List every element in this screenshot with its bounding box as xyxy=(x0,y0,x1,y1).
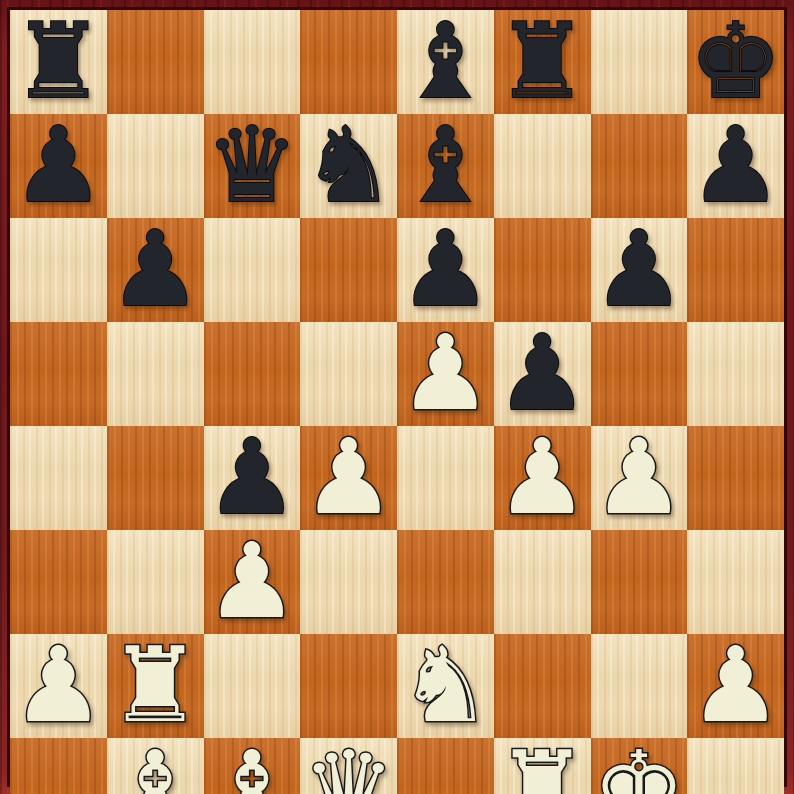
square-d3[interactable] xyxy=(300,530,397,634)
square-g4[interactable]: ♟ xyxy=(591,426,688,530)
black-knight[interactable]: ♞ xyxy=(302,113,395,217)
square-a8[interactable]: ♜ xyxy=(10,10,107,114)
square-d2[interactable] xyxy=(300,634,397,738)
square-f2[interactable] xyxy=(494,634,591,738)
white-queen[interactable]: ♛ xyxy=(302,737,395,794)
black-pawn[interactable]: ♟ xyxy=(109,217,202,321)
square-f3[interactable] xyxy=(494,530,591,634)
square-c7[interactable]: ♛ xyxy=(204,114,301,218)
square-c6[interactable] xyxy=(204,218,301,322)
black-pawn[interactable]: ♟ xyxy=(399,217,492,321)
square-e2[interactable]: ♞ xyxy=(397,634,494,738)
black-rook[interactable]: ♜ xyxy=(12,9,105,113)
white-pawn[interactable]: ♟ xyxy=(496,425,589,529)
square-f8[interactable]: ♜ xyxy=(494,10,591,114)
square-a7[interactable]: ♟ xyxy=(10,114,107,218)
square-a2[interactable]: ♟ xyxy=(10,634,107,738)
square-f1[interactable]: ♜ xyxy=(494,738,591,794)
square-f6[interactable] xyxy=(494,218,591,322)
white-bishop[interactable]: ♝ xyxy=(109,737,202,794)
chess-app: ♜♝♜♚♟♛♞♝♟♟♟♟♟♟♟♟♟♟♟♟♜♞♟♝♝♛♜♚ xyxy=(0,0,794,794)
white-king[interactable]: ♚ xyxy=(592,737,685,794)
square-e7[interactable]: ♝ xyxy=(397,114,494,218)
square-d5[interactable] xyxy=(300,322,397,426)
white-pawn[interactable]: ♟ xyxy=(592,425,685,529)
square-e4[interactable] xyxy=(397,426,494,530)
square-e8[interactable]: ♝ xyxy=(397,10,494,114)
square-d1[interactable]: ♛ xyxy=(300,738,397,794)
chess-board: ♜♝♜♚♟♛♞♝♟♟♟♟♟♟♟♟♟♟♟♟♜♞♟♝♝♛♜♚ xyxy=(10,10,784,784)
square-b5[interactable] xyxy=(107,322,204,426)
white-bishop[interactable]: ♝ xyxy=(205,737,298,794)
square-g5[interactable] xyxy=(591,322,688,426)
square-a4[interactable] xyxy=(10,426,107,530)
square-e5[interactable]: ♟ xyxy=(397,322,494,426)
square-g1[interactable]: ♚ xyxy=(591,738,688,794)
square-b3[interactable] xyxy=(107,530,204,634)
square-d8[interactable] xyxy=(300,10,397,114)
square-c3[interactable]: ♟ xyxy=(204,530,301,634)
white-rook[interactable]: ♜ xyxy=(496,737,589,794)
white-pawn[interactable]: ♟ xyxy=(205,529,298,633)
square-a3[interactable] xyxy=(10,530,107,634)
square-h3[interactable] xyxy=(687,530,784,634)
square-e1[interactable] xyxy=(397,738,494,794)
square-a1[interactable] xyxy=(10,738,107,794)
black-pawn[interactable]: ♟ xyxy=(496,321,589,425)
square-g2[interactable] xyxy=(591,634,688,738)
square-b1[interactable]: ♝ xyxy=(107,738,204,794)
square-c8[interactable] xyxy=(204,10,301,114)
white-pawn[interactable]: ♟ xyxy=(302,425,395,529)
square-b7[interactable] xyxy=(107,114,204,218)
white-pawn[interactable]: ♟ xyxy=(12,633,105,737)
black-pawn[interactable]: ♟ xyxy=(689,113,782,217)
square-b8[interactable] xyxy=(107,10,204,114)
white-pawn[interactable]: ♟ xyxy=(689,633,782,737)
square-h6[interactable] xyxy=(687,218,784,322)
square-f4[interactable]: ♟ xyxy=(494,426,591,530)
square-d7[interactable]: ♞ xyxy=(300,114,397,218)
square-d6[interactable] xyxy=(300,218,397,322)
square-g6[interactable]: ♟ xyxy=(591,218,688,322)
square-c5[interactable] xyxy=(204,322,301,426)
square-g3[interactable] xyxy=(591,530,688,634)
square-f7[interactable] xyxy=(494,114,591,218)
black-bishop[interactable]: ♝ xyxy=(399,113,492,217)
square-d4[interactable]: ♟ xyxy=(300,426,397,530)
square-e6[interactable]: ♟ xyxy=(397,218,494,322)
black-bishop[interactable]: ♝ xyxy=(399,9,492,113)
square-h1[interactable] xyxy=(687,738,784,794)
square-c4[interactable]: ♟ xyxy=(204,426,301,530)
board-frame: ♜♝♜♚♟♛♞♝♟♟♟♟♟♟♟♟♟♟♟♟♜♞♟♝♝♛♜♚ xyxy=(0,0,794,794)
white-pawn[interactable]: ♟ xyxy=(399,321,492,425)
black-pawn[interactable]: ♟ xyxy=(205,425,298,529)
square-h5[interactable] xyxy=(687,322,784,426)
square-b6[interactable]: ♟ xyxy=(107,218,204,322)
black-pawn[interactable]: ♟ xyxy=(592,217,685,321)
black-king[interactable]: ♚ xyxy=(689,9,782,113)
black-rook[interactable]: ♜ xyxy=(496,9,589,113)
square-c2[interactable] xyxy=(204,634,301,738)
square-g7[interactable] xyxy=(591,114,688,218)
square-h4[interactable] xyxy=(687,426,784,530)
black-pawn[interactable]: ♟ xyxy=(12,113,105,217)
square-h2[interactable]: ♟ xyxy=(687,634,784,738)
white-knight[interactable]: ♞ xyxy=(399,633,492,737)
square-f5[interactable]: ♟ xyxy=(494,322,591,426)
square-b4[interactable] xyxy=(107,426,204,530)
square-e3[interactable] xyxy=(397,530,494,634)
square-c1[interactable]: ♝ xyxy=(204,738,301,794)
square-a5[interactable] xyxy=(10,322,107,426)
square-b2[interactable]: ♜ xyxy=(107,634,204,738)
square-h7[interactable]: ♟ xyxy=(687,114,784,218)
white-rook[interactable]: ♜ xyxy=(109,633,202,737)
square-g8[interactable] xyxy=(591,10,688,114)
black-queen[interactable]: ♛ xyxy=(205,113,298,217)
square-h8[interactable]: ♚ xyxy=(687,10,784,114)
square-a6[interactable] xyxy=(10,218,107,322)
